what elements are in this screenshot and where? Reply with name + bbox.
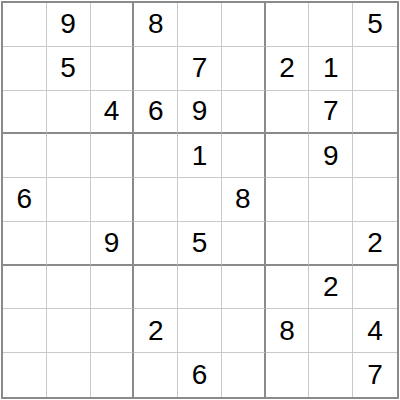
given-digit: 4 — [367, 317, 383, 345]
cell-r2c4[interactable] — [134, 47, 178, 91]
cell-r3c1[interactable] — [3, 91, 47, 135]
cell-r5c4[interactable] — [134, 178, 178, 222]
cell-r5c2[interactable] — [47, 178, 91, 222]
cell-r2c3[interactable] — [91, 47, 135, 91]
cell-r7c1[interactable] — [3, 266, 47, 310]
cell-r6c1[interactable] — [3, 222, 47, 266]
cell-r4c9[interactable] — [353, 134, 397, 178]
given-digit: 1 — [192, 142, 208, 170]
cell-r9c4[interactable] — [134, 353, 178, 397]
cell-r6c7[interactable] — [266, 222, 310, 266]
cell-r6c9[interactable]: 2 — [353, 222, 397, 266]
given-digit: 5 — [367, 10, 383, 38]
cell-r2c1[interactable] — [3, 47, 47, 91]
cell-r5c5[interactable] — [178, 178, 222, 222]
given-digit: 4 — [104, 97, 120, 125]
cell-r8c3[interactable] — [91, 309, 135, 353]
cell-r9c3[interactable] — [91, 353, 135, 397]
cell-r8c6[interactable] — [222, 309, 266, 353]
cell-r3c6[interactable] — [222, 91, 266, 135]
given-digit: 9 — [323, 142, 339, 170]
given-digit: 6 — [148, 97, 164, 125]
cell-r7c6[interactable] — [222, 266, 266, 310]
cell-r8c2[interactable] — [47, 309, 91, 353]
cell-r1c9[interactable]: 5 — [353, 3, 397, 47]
cell-r2c9[interactable] — [353, 47, 397, 91]
cell-r6c2[interactable] — [47, 222, 91, 266]
cell-r4c5[interactable]: 1 — [178, 134, 222, 178]
cell-r6c5[interactable]: 5 — [178, 222, 222, 266]
given-digit: 7 — [192, 54, 208, 82]
cell-r7c3[interactable] — [91, 266, 135, 310]
cell-r8c5[interactable] — [178, 309, 222, 353]
cell-r1c4[interactable]: 8 — [134, 3, 178, 47]
cell-r3c3[interactable]: 4 — [91, 91, 135, 135]
given-digit: 1 — [323, 54, 339, 82]
cell-r3c5[interactable]: 9 — [178, 91, 222, 135]
cell-r1c1[interactable] — [3, 3, 47, 47]
cell-r4c7[interactable] — [266, 134, 310, 178]
given-digit: 7 — [323, 97, 339, 125]
cell-r4c4[interactable] — [134, 134, 178, 178]
cell-r9c9[interactable]: 7 — [353, 353, 397, 397]
cell-r9c1[interactable] — [3, 353, 47, 397]
cell-r2c6[interactable] — [222, 47, 266, 91]
given-digit: 2 — [279, 54, 295, 82]
cell-r3c2[interactable] — [47, 91, 91, 135]
cell-r2c2[interactable]: 5 — [47, 47, 91, 91]
given-digit: 6 — [192, 361, 208, 389]
sudoku-board: 985572146971968952228467 — [1, 1, 399, 399]
cell-r2c7[interactable]: 2 — [266, 47, 310, 91]
cell-r9c8[interactable] — [309, 353, 353, 397]
given-digit: 9 — [192, 97, 208, 125]
cell-r3c9[interactable] — [353, 91, 397, 135]
cell-r1c7[interactable] — [266, 3, 310, 47]
cell-r4c2[interactable] — [47, 134, 91, 178]
cell-r3c7[interactable] — [266, 91, 310, 135]
cell-r1c5[interactable] — [178, 3, 222, 47]
given-digit: 6 — [17, 185, 33, 213]
cell-r7c5[interactable] — [178, 266, 222, 310]
cell-r8c7[interactable]: 8 — [266, 309, 310, 353]
cell-r7c8[interactable]: 2 — [309, 266, 353, 310]
given-digit: 2 — [148, 317, 164, 345]
given-digit: 9 — [104, 229, 120, 257]
given-digit: 5 — [60, 54, 76, 82]
cell-r8c1[interactable] — [3, 309, 47, 353]
cell-r5c1[interactable]: 6 — [3, 178, 47, 222]
cell-r5c7[interactable] — [266, 178, 310, 222]
cell-r5c3[interactable] — [91, 178, 135, 222]
cell-r6c6[interactable] — [222, 222, 266, 266]
cell-r6c3[interactable]: 9 — [91, 222, 135, 266]
given-digit: 2 — [323, 273, 339, 301]
cell-r1c6[interactable] — [222, 3, 266, 47]
cell-r1c2[interactable]: 9 — [47, 3, 91, 47]
cell-r9c2[interactable] — [47, 353, 91, 397]
cell-r3c8[interactable]: 7 — [309, 91, 353, 135]
given-digit: 8 — [235, 185, 251, 213]
cell-r8c8[interactable] — [309, 309, 353, 353]
cell-r1c8[interactable] — [309, 3, 353, 47]
cell-r6c8[interactable] — [309, 222, 353, 266]
cell-r5c8[interactable] — [309, 178, 353, 222]
given-digit: 5 — [192, 229, 208, 257]
cell-r4c1[interactable] — [3, 134, 47, 178]
cell-r7c7[interactable] — [266, 266, 310, 310]
cell-r5c6[interactable]: 8 — [222, 178, 266, 222]
cell-r2c5[interactable]: 7 — [178, 47, 222, 91]
cell-r9c7[interactable] — [266, 353, 310, 397]
given-digit: 9 — [60, 10, 76, 38]
given-digit: 8 — [148, 10, 164, 38]
cell-r5c9[interactable] — [353, 178, 397, 222]
cell-r4c6[interactable] — [222, 134, 266, 178]
cell-r8c4[interactable]: 2 — [134, 309, 178, 353]
cell-r9c5[interactable]: 6 — [178, 353, 222, 397]
cell-r8c9[interactable]: 4 — [353, 309, 397, 353]
given-digit: 7 — [367, 361, 383, 389]
cell-r3c4[interactable]: 6 — [134, 91, 178, 135]
given-digit: 8 — [279, 317, 295, 345]
cell-r7c4[interactable] — [134, 266, 178, 310]
cell-r4c3[interactable] — [91, 134, 135, 178]
cell-r7c9[interactable] — [353, 266, 397, 310]
cell-r7c2[interactable] — [47, 266, 91, 310]
cell-r9c6[interactable] — [222, 353, 266, 397]
cell-r4c8[interactable]: 9 — [309, 134, 353, 178]
cell-r1c3[interactable] — [91, 3, 135, 47]
cell-r6c4[interactable] — [134, 222, 178, 266]
cell-r2c8[interactable]: 1 — [309, 47, 353, 91]
given-digit: 2 — [367, 229, 383, 257]
